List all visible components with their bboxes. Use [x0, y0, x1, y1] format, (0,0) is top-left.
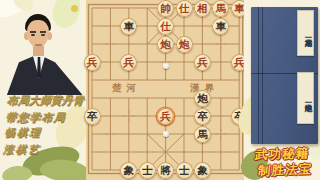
piece-red-elephant[interactable]: 相 — [194, 0, 211, 17]
caption-line: 畅棋理 — [4, 125, 85, 142]
caption-line: 布局大师黄丹青 — [6, 92, 87, 109]
piece-red-horse[interactable]: 馬 — [212, 0, 229, 17]
leaf-icon — [49, 0, 85, 31]
piece-black-advisor[interactable]: 士 — [139, 162, 156, 179]
piece-red-advisor[interactable]: 仕 — [157, 18, 174, 35]
piece-black-chariot[interactable]: 車 — [212, 18, 229, 35]
river-label-chu: 楚河 — [112, 82, 141, 95]
move-marker-ball — [163, 63, 169, 69]
piece-red-soldier[interactable]: 兵 — [194, 54, 211, 71]
piece-black-elephant[interactable]: 象 — [120, 162, 137, 179]
piece-red-general[interactable]: 帥 — [157, 0, 174, 17]
book-title-label: 布局一本通 — [297, 10, 314, 56]
piece-black-soldier[interactable]: 卒 — [84, 108, 101, 125]
piece-red-soldier[interactable]: 兵 — [157, 108, 174, 125]
move-marker-ball — [163, 131, 169, 137]
piece-black-general[interactable]: 將 — [157, 162, 174, 179]
presenter-brow — [30, 31, 36, 33]
berry-icon — [71, 5, 78, 12]
piece-red-advisor[interactable]: 仕 — [176, 0, 193, 17]
caption-line: 涨棋艺 — [3, 142, 84, 159]
book-spine-line — [258, 7, 259, 144]
presenter-eye — [31, 34, 35, 36]
presenter-eye — [41, 34, 45, 36]
piece-black-horse[interactable]: 馬 — [194, 126, 211, 143]
piece-black-elephant[interactable]: 象 — [194, 162, 211, 179]
right-panel: 布局一本通 中炮一本通 武功秘籍 制胜法宝 — [244, 0, 320, 180]
book-title-label: 中炮一本通 — [297, 72, 314, 124]
piece-black-cannon[interactable]: 炮 — [194, 90, 211, 107]
piece-red-soldier[interactable]: 兵 — [84, 54, 101, 71]
presenter-brow — [40, 31, 46, 33]
xiangqi-board[interactable]: 楚河 漢界 帥仕相馬車仕炮炮兵兵兵兵兵車車炮卒卒卒馬象士將士象 — [86, 0, 244, 180]
video-frame: 布局大师黄丹青 带您学布局 畅棋理 涨棋艺 楚河 漢界 帥仕相馬車仕炮炮兵兵兵兵… — [0, 0, 320, 180]
book-spine-line — [262, 7, 263, 144]
piece-black-soldier[interactable]: 卒 — [194, 108, 211, 125]
book-cover: 布局一本通 中炮一本通 — [251, 7, 318, 144]
caption-line: 带您学布局 — [5, 109, 86, 126]
slogan-line: 制胜法宝 — [246, 161, 320, 180]
piece-red-soldier[interactable]: 兵 — [120, 54, 137, 71]
piece-red-cannon[interactable]: 炮 — [157, 36, 174, 53]
piece-red-cannon[interactable]: 炮 — [176, 36, 193, 53]
intro-caption: 布局大师黄丹青 带您学布局 畅棋理 涨棋艺 — [3, 92, 88, 158]
piece-black-advisor[interactable]: 士 — [176, 162, 193, 179]
presenter-photo: 布局大师黄丹青 带您学布局 畅棋理 涨棋艺 — [0, 0, 86, 180]
piece-black-chariot[interactable]: 車 — [120, 18, 137, 35]
